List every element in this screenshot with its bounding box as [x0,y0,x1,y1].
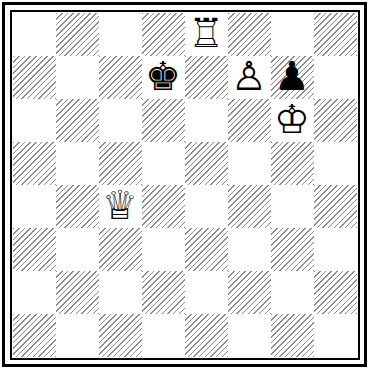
square-e8[interactable]: ♖ [185,13,228,56]
square-d3[interactable] [142,228,185,271]
square-e1[interactable] [185,314,228,357]
square-c1[interactable] [99,314,142,357]
square-e2[interactable] [185,271,228,314]
board-outer-frame: ♖♚♙♟♔♕ [2,2,367,367]
square-g4[interactable] [271,185,314,228]
square-c7[interactable] [99,56,142,99]
square-b6[interactable] [56,99,99,142]
square-g1[interactable] [271,314,314,357]
square-c5[interactable] [99,142,142,185]
square-e6[interactable] [185,99,228,142]
square-a6[interactable] [13,99,56,142]
square-h2[interactable] [314,271,357,314]
square-f2[interactable] [228,271,271,314]
square-d1[interactable] [142,314,185,357]
square-d8[interactable] [142,13,185,56]
square-e7[interactable] [185,56,228,99]
square-c8[interactable] [99,13,142,56]
square-c2[interactable] [99,271,142,314]
square-d7[interactable]: ♚ [142,56,185,99]
square-b5[interactable] [56,142,99,185]
square-b1[interactable] [56,314,99,357]
square-c6[interactable] [99,99,142,142]
square-e3[interactable] [185,228,228,271]
square-g7[interactable]: ♟ [271,56,314,99]
square-a3[interactable] [13,228,56,271]
square-f1[interactable] [228,314,271,357]
square-f3[interactable] [228,228,271,271]
chess-board: ♖♚♙♟♔♕ [13,13,357,357]
square-h5[interactable] [314,142,357,185]
square-f6[interactable] [228,99,271,142]
square-g2[interactable] [271,271,314,314]
square-a8[interactable] [13,13,56,56]
square-g5[interactable] [271,142,314,185]
square-g3[interactable] [271,228,314,271]
square-b2[interactable] [56,271,99,314]
chess-diagram: ♖♚♙♟♔♕ [0,0,369,369]
square-f8[interactable] [228,13,271,56]
white-queen[interactable]: ♕ [102,184,138,227]
square-d4[interactable] [142,185,185,228]
square-h7[interactable] [314,56,357,99]
square-h1[interactable] [314,314,357,357]
square-e5[interactable] [185,142,228,185]
white-king[interactable]: ♔ [274,98,310,141]
square-g6[interactable]: ♔ [271,99,314,142]
black-pawn[interactable]: ♟ [274,55,310,98]
square-b4[interactable] [56,185,99,228]
white-rook[interactable]: ♖ [188,12,224,55]
square-a1[interactable] [13,314,56,357]
square-h4[interactable] [314,185,357,228]
square-b8[interactable] [56,13,99,56]
square-d5[interactable] [142,142,185,185]
square-b3[interactable] [56,228,99,271]
white-pawn[interactable]: ♙ [231,55,267,98]
square-g8[interactable] [271,13,314,56]
square-a7[interactable] [13,56,56,99]
board-inner-frame: ♖♚♙♟♔♕ [10,10,360,360]
square-d6[interactable] [142,99,185,142]
square-f5[interactable] [228,142,271,185]
square-c4[interactable]: ♕ [99,185,142,228]
square-h8[interactable] [314,13,357,56]
square-a4[interactable] [13,185,56,228]
square-f4[interactable] [228,185,271,228]
square-f7[interactable]: ♙ [228,56,271,99]
square-e4[interactable] [185,185,228,228]
square-h3[interactable] [314,228,357,271]
square-a5[interactable] [13,142,56,185]
square-c3[interactable] [99,228,142,271]
square-d2[interactable] [142,271,185,314]
square-a2[interactable] [13,271,56,314]
square-h6[interactable] [314,99,357,142]
square-b7[interactable] [56,56,99,99]
black-king[interactable]: ♚ [145,55,181,98]
